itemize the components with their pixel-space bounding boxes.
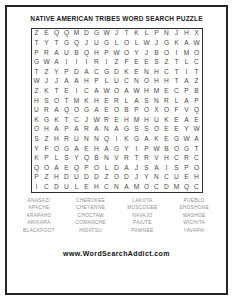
grid-cell: Q (32, 163, 42, 173)
grid-cell: A (92, 87, 102, 97)
grid-cell: Y (122, 144, 132, 154)
grid-cell: G (112, 144, 122, 154)
grid-cell: B (162, 144, 172, 154)
word-list-item: PAIUTE (117, 219, 169, 226)
grid-cell: D (62, 173, 72, 183)
grid-cell: W (102, 29, 112, 39)
grid-cell: K (172, 39, 182, 49)
page-border-frame: NATIVE AMERICAN TRIBES WORD SEARCH PUZZL… (5, 5, 228, 295)
grid-cell: F (122, 58, 132, 68)
grid-cell: O (112, 106, 122, 116)
grid-cell: T (32, 39, 42, 49)
grid-cell: I (162, 163, 172, 173)
grid-cell: P (192, 96, 202, 106)
grid-cell: C (162, 173, 172, 183)
grid-cell: A (192, 134, 202, 144)
grid-cell: M (132, 182, 142, 192)
grid-cell: W (152, 144, 162, 154)
word-column: ANASAZIAPACHEARAPAHOARIKARABLACKFOOT (13, 197, 65, 234)
grid-cell: D (112, 67, 122, 77)
grid-cell: J (132, 163, 142, 173)
grid-cell: Y (132, 48, 142, 58)
word-column: LAKOTAMUSCOGEENAVAJOPAIUTEPAWNEE (117, 197, 169, 234)
grid-cell: N (92, 134, 102, 144)
grid-cell: C (172, 87, 182, 97)
grid-cell: Y (182, 125, 192, 135)
grid-cell: B (92, 154, 102, 164)
grid-cell: C (42, 182, 52, 192)
grid-cell: L (182, 58, 192, 68)
word-list-item: COMANCHE (65, 219, 117, 226)
grid-cell: Y (32, 144, 42, 154)
word-list-item: YAVAPAI (168, 227, 220, 234)
grid-cell: U (172, 173, 182, 183)
puzzle-title: NATIVE AMERICAN TRIBES WORD SEARCH PUZZL… (7, 15, 226, 22)
grid-cell: V (152, 154, 162, 164)
grid-cell: R (142, 154, 152, 164)
word-list-item: CHOCTAW (65, 212, 117, 219)
grid-cell: M (152, 87, 162, 97)
grid-cell: A (182, 77, 192, 87)
grid-cell: K (82, 96, 92, 106)
grid-cell: M (72, 96, 82, 106)
grid-cell: K (122, 67, 132, 77)
grid-cell: K (132, 29, 142, 39)
grid-cell: I (182, 67, 192, 77)
grid-cell: J (112, 29, 122, 39)
grid-cell: T (172, 77, 182, 87)
grid-cell: U (152, 115, 162, 125)
grid-cell: G (122, 125, 132, 135)
word-list-item: APACHE (13, 204, 65, 211)
grid-cell: R (92, 58, 102, 68)
grid-cell: E (62, 87, 72, 97)
grid-cell: Z (42, 134, 52, 144)
grid-cell: P (62, 67, 72, 77)
grid-cell: Q (62, 29, 72, 39)
word-list-item: ARAPAHO (13, 212, 65, 219)
grid-cell: R (62, 134, 72, 144)
grid-cell: K (122, 134, 132, 144)
word-column: CHEROKEECHEYENNECHOCTAWCOMANCHEHIDATSU (65, 197, 117, 234)
grid-cell: P (42, 154, 52, 164)
grid-cell: I (72, 58, 82, 68)
grid-cell: I (172, 48, 182, 58)
grid-cell: H (32, 96, 42, 106)
grid-cell: D (162, 182, 172, 192)
grid-cell: H (92, 96, 102, 106)
grid-cell: O (52, 96, 62, 106)
grid-cell: N (82, 134, 92, 144)
grid-cell: G (172, 134, 182, 144)
grid-cell: L (112, 39, 122, 49)
grid-cell: M (172, 182, 182, 192)
grid-cell: Y (52, 67, 62, 77)
grid-cell: H (52, 134, 62, 144)
grid-cell: E (102, 96, 112, 106)
grid-cell: A (122, 182, 132, 192)
grid-cell: J (142, 48, 152, 58)
grid-cell: B (72, 48, 82, 58)
grid-cell: L (72, 182, 82, 192)
grid-cell: D (112, 163, 122, 173)
grid-cell: F (42, 144, 52, 154)
grid-cell: N (162, 29, 172, 39)
grid-cell: O (32, 125, 42, 135)
grid-cell: Z (102, 173, 112, 183)
grid-cell: O (142, 106, 152, 116)
word-list-item: WASHOE (168, 212, 220, 219)
grid-cell: R (162, 96, 172, 106)
grid-cell: J (132, 173, 142, 183)
grid-cell: D (82, 29, 92, 39)
grid-cell: A (52, 125, 62, 135)
grid-cell: T (172, 67, 182, 77)
word-list-item: PAWNEE (117, 227, 169, 234)
grid-cell: S (172, 163, 182, 173)
grid-cell: C (192, 182, 202, 192)
grid-cell: K (162, 115, 172, 125)
grid-cell: B (152, 48, 162, 58)
grid-cell: P (92, 77, 102, 87)
grid-cell: L (122, 96, 132, 106)
grid-cell: P (182, 163, 192, 173)
grid-cell: L (132, 39, 142, 49)
grid-cell: O (112, 173, 122, 183)
grid-cell: P (142, 144, 152, 154)
grid-cell: E (172, 115, 182, 125)
grid-cell: J (42, 77, 52, 87)
grid-cell: N (132, 77, 142, 87)
grid-cell: Z (42, 67, 52, 77)
grid-cell: O (142, 77, 152, 87)
grid-cell: C (82, 87, 92, 97)
grid-cell: C (92, 67, 102, 77)
grid-cell: Q (62, 106, 72, 116)
grid-cell: O (172, 144, 182, 154)
word-list-item: LAKOTA (117, 197, 169, 204)
word-list-item: ANASAZI (13, 197, 65, 204)
grid-cell: O (162, 48, 172, 58)
grid-cell: A (52, 163, 62, 173)
grid-cell: I (112, 134, 122, 144)
grid-cell: H (122, 115, 132, 125)
grid-cell: Z (192, 77, 202, 87)
grid-cell: S (152, 58, 162, 68)
grid-cell: W (192, 125, 202, 135)
grid-cell: A (112, 125, 122, 135)
word-list-item: WICHITA (168, 219, 220, 226)
grid-cell: W (132, 87, 142, 97)
grid-cell: G (102, 39, 112, 49)
grid-cell: Z (32, 87, 42, 97)
grid-cell: U (62, 48, 72, 58)
grid-cell: I (32, 182, 42, 192)
grid-cell: P (32, 173, 42, 183)
grid-cell: H (42, 125, 52, 135)
grid-cell: U (72, 173, 82, 183)
grid-cell: A (52, 106, 62, 116)
grid-cell: A (152, 163, 162, 173)
grid-cell: T (62, 96, 72, 106)
grid-cell: U (72, 134, 82, 144)
grid-cell: X (152, 106, 162, 116)
grid-cell: V (112, 154, 122, 164)
grid-cell: K (152, 134, 162, 144)
word-list-item: SHOSHONE (168, 204, 220, 211)
grid-cell: G (62, 144, 72, 154)
word-column: PUEBLOSHOSHONEWASHOEWICHITAYAVAPAI (168, 197, 220, 234)
grid-cell: E (132, 67, 142, 77)
grid-cell: U (62, 182, 72, 192)
grid-cell: G (82, 106, 92, 116)
grid-cell: A (92, 125, 102, 135)
grid-cell: H (182, 29, 192, 39)
grid-cell: C (72, 115, 82, 125)
grid-cell: H (92, 48, 102, 58)
grid-cell: H (192, 173, 202, 183)
grid-cell: R (182, 154, 192, 164)
grid-cell: Q (192, 106, 202, 116)
grid-cell: H (92, 182, 102, 192)
grid-cell: N (152, 173, 162, 183)
grid-cell: G (42, 115, 52, 125)
grid-cell: A (72, 125, 82, 135)
grid-cell: N (152, 96, 162, 106)
grid-cell: A (182, 115, 192, 125)
grid-cell: W (32, 77, 42, 87)
grid-cell: A (92, 106, 102, 116)
grid-cell: L (102, 163, 112, 173)
grid-cell: M (132, 115, 142, 125)
grid-cell: L (52, 154, 62, 164)
grid-cell: S (132, 125, 142, 135)
grid-cell: L (172, 96, 182, 106)
grid-cell: U (92, 39, 102, 49)
word-list-item: PUEBLO (168, 197, 220, 204)
grid-cell: E (62, 163, 72, 173)
grid-cell: O (112, 87, 122, 97)
grid-cell: Q (182, 182, 192, 192)
grid-cell: D (52, 182, 62, 192)
grid-cell: S (32, 134, 42, 144)
grid-cell: L (142, 29, 152, 39)
grid-cell: Y (42, 39, 52, 49)
grid-cell: I (102, 58, 112, 68)
word-list-item: CHEROKEE (65, 197, 117, 204)
grid-cell: J (152, 39, 162, 49)
grid-cell: G (92, 29, 102, 39)
grid-cell: N (142, 67, 152, 77)
grid-cell: E (162, 134, 172, 144)
grid-cell: Q (82, 48, 92, 58)
grid-cell: V (182, 106, 192, 116)
grid-cell: I (132, 144, 142, 154)
grid-cell: A (72, 77, 82, 87)
grid-cell: D (72, 67, 82, 77)
grid-cell: K (32, 115, 42, 125)
grid-cell: G (62, 39, 72, 49)
grid-cell: E (132, 58, 142, 68)
grid-cell: R (102, 115, 112, 125)
puzzle-page: NATIVE AMERICAN TRIBES WORD SEARCH PUZZL… (0, 0, 233, 300)
grid-cell: S (62, 154, 72, 164)
grid-cell: O (92, 163, 102, 173)
grid-cell: T (192, 67, 202, 77)
grid-cell: T (52, 87, 62, 97)
grid-cell: P (32, 48, 42, 58)
grid-cell: H (92, 144, 102, 154)
grid-cell: W (142, 39, 152, 49)
grid-cell: A (52, 48, 62, 58)
grid-cell: C (102, 182, 112, 192)
grid-cell: O (152, 125, 162, 135)
grid-cell: H (142, 87, 152, 97)
grid-cell: U (112, 77, 122, 87)
word-list-item: NAVAJO (117, 212, 169, 219)
grid-cell: P (182, 87, 192, 97)
grid-cell: F (172, 106, 182, 116)
grid-cell: J (172, 29, 182, 39)
grid-cell: W (192, 39, 202, 49)
grid-cell: A (102, 144, 112, 154)
grid-cell: Z (32, 29, 42, 39)
grid-cell: Z (162, 58, 172, 68)
grid-cell: O (142, 182, 152, 192)
grid-cell: G (162, 39, 172, 49)
grid-cell: P (102, 48, 112, 58)
grid-cell: G (32, 58, 42, 68)
website-url: www.WordSearchAddict.com (7, 250, 226, 257)
grid-cell: T (132, 154, 142, 164)
grid-cell: O (192, 48, 202, 58)
grid-cell: A (132, 96, 142, 106)
grid-cell: K (32, 154, 42, 164)
grid-cell: J (82, 115, 92, 125)
grid-cell: G (132, 134, 142, 144)
grid-cell: Z (112, 58, 122, 68)
grid-cell: E (182, 173, 192, 183)
grid-cell: O (122, 48, 132, 58)
grid-cell: T (32, 67, 42, 77)
grid-cell: N (112, 182, 122, 192)
grid-cell: L (102, 77, 112, 87)
grid-cell: Q (72, 163, 82, 173)
grid-cell: A (182, 39, 192, 49)
grid-cell: E (82, 182, 92, 192)
grid-cell: S (142, 96, 152, 106)
grid-cell: E (82, 144, 92, 154)
grid-cell: E (192, 115, 202, 125)
grid-cell: Y (72, 154, 82, 164)
grid-cell: O (122, 39, 132, 49)
grid-cell: M (72, 29, 82, 39)
grid-cell: X (192, 29, 202, 39)
grid-cell: R (82, 125, 92, 135)
grid-cell: H (162, 154, 172, 164)
grid-cell: T (52, 39, 62, 49)
grid-cell: E (112, 115, 122, 125)
letter-grid: ZEQQMDGWJTKLPNJHXTYTGQJUGLOLWJGKAWPRAUBQ… (31, 28, 203, 193)
grid-cell: O (42, 163, 52, 173)
grid-cell: A (52, 58, 62, 68)
grid-cell: E (42, 29, 52, 39)
grid-cell: M (182, 48, 192, 58)
grid-cell: Q (72, 39, 82, 49)
grid-cell: H (152, 77, 162, 87)
grid-cell: O (192, 163, 202, 173)
grid-cell: A (72, 144, 82, 154)
grid-cell: G (102, 67, 112, 77)
grid-cell: N (102, 125, 112, 135)
word-list-item: HIDATSU (65, 227, 117, 234)
grid-cell: S (42, 96, 52, 106)
grid-cell: B (192, 87, 202, 97)
grid-cell: I (62, 58, 72, 68)
grid-cell: H (142, 115, 152, 125)
grid-cell: A (182, 96, 192, 106)
grid-cell: E (162, 87, 172, 97)
grid-cell: U (32, 106, 42, 116)
grid-cell: A (122, 87, 132, 97)
word-list-item: CHEYENNE (65, 204, 117, 211)
grid-cell: K (42, 87, 52, 97)
grid-cell: T (172, 58, 182, 68)
grid-cell: Q (82, 154, 92, 164)
grid-cell: H (162, 77, 172, 87)
grid-cell: B (122, 106, 132, 116)
grid-cell: Z (42, 173, 52, 183)
grid-cell: T (62, 115, 72, 125)
grid-cell: Q (52, 29, 62, 39)
grid-cell: E (162, 125, 172, 135)
grid-cell: R (42, 48, 52, 58)
word-list-item: MUSCOGEE (117, 204, 169, 211)
grid-cell: P (152, 29, 162, 39)
grid-cell: A (142, 134, 152, 144)
grid-cell: Y (142, 173, 152, 183)
grid-cell: C (192, 154, 202, 164)
grid-cell: D (82, 173, 92, 183)
grid-cell: P (132, 106, 142, 116)
grid-cell: O (52, 144, 62, 154)
grid-cell: H (152, 67, 162, 77)
grid-cell: P (62, 125, 72, 135)
grid-cell: T (122, 29, 132, 39)
grid-cell: R (42, 106, 52, 116)
grid-cell: K (52, 115, 62, 125)
grid-cell: C (122, 77, 132, 87)
word-list: ANASAZIAPACHEARAPAHOARIKARABLACKFOOTCHER… (7, 197, 226, 234)
grid-cell: P (82, 163, 92, 173)
grid-cell: E (102, 106, 112, 116)
grid-cell: O (162, 106, 172, 116)
grid-cell: H (82, 77, 92, 87)
grid-cell: Q (102, 134, 112, 144)
grid-cell: C (172, 154, 182, 164)
grid-cell: J (52, 77, 62, 87)
grid-cell: I (82, 58, 92, 68)
grid-cell: J (82, 39, 92, 49)
grid-cell: H (52, 173, 62, 183)
word-list-item: BLACKFOOT (13, 227, 65, 234)
grid-cell: W (42, 58, 52, 68)
grid-cell: E (172, 125, 182, 135)
grid-cell: D (92, 173, 102, 183)
grid-cell: N (102, 154, 112, 164)
grid-cell: A (62, 77, 72, 87)
grid-cell: R (122, 154, 132, 164)
